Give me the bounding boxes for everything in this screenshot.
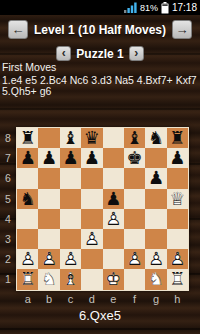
- rank-label-2: 2: [2, 249, 14, 269]
- square-b5[interactable]: [38, 189, 59, 209]
- puzzle-next-button[interactable]: ›: [129, 46, 144, 61]
- square-d4[interactable]: [81, 209, 102, 229]
- square-g5[interactable]: [145, 189, 166, 209]
- black-bishop: ♝: [124, 128, 145, 148]
- square-d8[interactable]: ♛: [81, 128, 102, 148]
- black-pawn: ♟: [145, 168, 166, 188]
- square-e2[interactable]: [103, 249, 124, 269]
- square-e4[interactable]: ♟♙: [103, 209, 124, 229]
- rank-labels: 87654321: [2, 128, 14, 290]
- square-a5[interactable]: ♞: [17, 189, 38, 209]
- square-a8[interactable]: ♜: [17, 128, 38, 148]
- battery-percent: 81%: [140, 3, 158, 13]
- battery-icon: [161, 2, 169, 14]
- signal-icon: [124, 2, 137, 13]
- square-d2[interactable]: [81, 249, 102, 269]
- square-h2[interactable]: ♟♙: [167, 249, 188, 269]
- clock: 17:18: [172, 2, 197, 13]
- black-queen: ♛: [81, 128, 102, 148]
- square-b8[interactable]: [38, 128, 59, 148]
- moves-heading: First Moves: [2, 62, 199, 74]
- square-b2[interactable]: ♟♙: [38, 249, 59, 269]
- rank-label-1: 1: [2, 269, 14, 289]
- square-a6[interactable]: [17, 168, 38, 188]
- square-h1[interactable]: ♜♖: [167, 269, 188, 289]
- square-g6[interactable]: ♟: [145, 168, 166, 188]
- level-forward-button[interactable]: →: [172, 20, 192, 39]
- puzzle-prev-button[interactable]: ‹: [56, 46, 71, 61]
- square-c5[interactable]: [60, 189, 81, 209]
- square-c3[interactable]: [60, 229, 81, 249]
- square-e7[interactable]: [103, 148, 124, 168]
- square-b7[interactable]: ♟: [38, 148, 59, 168]
- square-f5[interactable]: [124, 189, 145, 209]
- file-label-d: d: [81, 292, 102, 306]
- file-labels: abcdefgh: [17, 292, 188, 306]
- square-c2[interactable]: ♟♙: [60, 249, 81, 269]
- first-moves-block: First Moves 1.e4 e5 2.Bc4 Nc6 3.d3 Na5 4…: [2, 62, 199, 98]
- black-pawn: ♟: [81, 148, 102, 168]
- square-d3[interactable]: ♟♙: [81, 229, 102, 249]
- square-c1[interactable]: ♝♗: [60, 269, 81, 289]
- level-nav: ← Level 1 (10 Half Moves) →: [0, 20, 200, 39]
- rank-label-8: 8: [2, 128, 14, 148]
- square-e6[interactable]: [103, 168, 124, 188]
- file-label-c: c: [60, 292, 81, 306]
- white-king: ♚♔: [103, 269, 124, 289]
- square-c7[interactable]: ♟: [60, 148, 81, 168]
- next-move-hint: 6.Qxe5: [0, 308, 200, 323]
- black-bishop: ♝: [60, 128, 81, 148]
- square-g8[interactable]: ♞: [145, 128, 166, 148]
- square-e3[interactable]: [103, 229, 124, 249]
- rank-label-5: 5: [2, 189, 14, 209]
- square-g2[interactable]: ♟♙: [145, 249, 166, 269]
- file-label-e: e: [103, 292, 124, 306]
- square-e1[interactable]: ♚♔: [103, 269, 124, 289]
- square-h4[interactable]: [167, 209, 188, 229]
- square-c6[interactable]: [60, 168, 81, 188]
- rank-label-3: 3: [2, 229, 14, 249]
- white-rook: ♜♖: [167, 269, 188, 289]
- square-c4[interactable]: [60, 209, 81, 229]
- puzzle-title: Puzzle 1: [76, 47, 123, 61]
- status-bar: 81% 17:18: [0, 0, 200, 15]
- white-pawn: ♟♙: [17, 249, 38, 269]
- white-pawn: ♟♙: [145, 249, 166, 269]
- square-d5[interactable]: [81, 189, 102, 209]
- white-queen: ♛♕: [167, 189, 188, 209]
- rank-label-7: 7: [2, 148, 14, 168]
- black-pawn: ♟: [60, 148, 81, 168]
- file-label-h: h: [167, 292, 188, 306]
- puzzle-nav: ‹ Puzzle 1 ›: [0, 46, 200, 61]
- square-b3[interactable]: [38, 229, 59, 249]
- white-pawn: ♟♙: [167, 249, 188, 269]
- square-a2[interactable]: ♟♙: [17, 249, 38, 269]
- white-pawn: ♟♙: [81, 229, 102, 249]
- square-b4[interactable]: [38, 209, 59, 229]
- file-label-g: g: [145, 292, 166, 306]
- square-c8[interactable]: ♝: [60, 128, 81, 148]
- moves-list: 1.e4 e5 2.Bc4 Nc6 3.d3 Na5 4.Bxf7+ Kxf7 …: [2, 75, 199, 98]
- square-g1[interactable]: ♞♘: [145, 269, 166, 289]
- square-b1[interactable]: ♞♘: [38, 269, 59, 289]
- square-a3[interactable]: [17, 229, 38, 249]
- square-g3[interactable]: [145, 229, 166, 249]
- square-b6[interactable]: [38, 168, 59, 188]
- square-f2[interactable]: ♟♙: [124, 249, 145, 269]
- white-pawn: ♟♙: [103, 209, 124, 229]
- square-f7[interactable]: ♚: [124, 148, 145, 168]
- file-label-b: b: [38, 292, 59, 306]
- square-f6[interactable]: [124, 168, 145, 188]
- white-bishop: ♝♗: [60, 269, 81, 289]
- black-rook: ♜: [17, 128, 38, 148]
- rank-label-6: 6: [2, 168, 14, 188]
- square-h7[interactable]: ♟: [167, 148, 188, 168]
- square-e5[interactable]: ♟: [103, 189, 124, 209]
- level-back-button[interactable]: ←: [8, 20, 28, 39]
- square-h8[interactable]: ♜: [167, 128, 188, 148]
- white-knight: ♞♘: [38, 269, 59, 289]
- level-title: Level 1 (10 Half Moves): [34, 23, 166, 37]
- white-pawn: ♟♙: [60, 249, 81, 269]
- white-pawn: ♟♙: [124, 249, 145, 269]
- black-pawn: ♟: [17, 148, 38, 168]
- square-f1[interactable]: [124, 269, 145, 289]
- square-g4[interactable]: [145, 209, 166, 229]
- black-rook: ♜: [167, 128, 188, 148]
- white-pawn: ♟♙: [38, 249, 59, 269]
- black-pawn: ♟: [167, 148, 188, 168]
- square-h5[interactable]: ♛♕: [167, 189, 188, 209]
- square-a4[interactable]: [17, 209, 38, 229]
- square-d1[interactable]: [81, 269, 102, 289]
- white-rook: ♜♖: [17, 269, 38, 289]
- black-knight: ♞: [17, 189, 38, 209]
- square-a7[interactable]: ♟: [17, 148, 38, 168]
- square-d7[interactable]: ♟: [81, 148, 102, 168]
- square-f3[interactable]: [124, 229, 145, 249]
- square-f4[interactable]: [124, 209, 145, 229]
- black-king: ♚: [124, 148, 145, 168]
- black-pawn: ♟: [38, 148, 59, 168]
- square-f8[interactable]: ♝: [124, 128, 145, 148]
- square-h3[interactable]: [167, 229, 188, 249]
- square-h6[interactable]: [167, 168, 188, 188]
- file-label-a: a: [17, 292, 38, 306]
- white-knight: ♞♘: [145, 269, 166, 289]
- file-label-f: f: [124, 292, 145, 306]
- black-knight: ♞: [145, 128, 166, 148]
- black-pawn: ♟: [103, 189, 124, 209]
- square-d6[interactable]: [81, 168, 102, 188]
- rank-label-4: 4: [2, 209, 14, 229]
- app-screen: 81% 17:18 ← Level 1 (10 Half Moves) → ‹ …: [0, 0, 200, 334]
- square-e8[interactable]: [103, 128, 124, 148]
- chess-board: ♜♝♛♝♞♜♟♟♟♟♚♟♟♞♟♛♕♟♙♟♙♟♙♟♙♟♙♟♙♟♙♟♙♜♖♞♘♝♗♚…: [16, 127, 189, 291]
- square-g7[interactable]: [145, 148, 166, 168]
- square-a1[interactable]: ♜♖: [17, 269, 38, 289]
